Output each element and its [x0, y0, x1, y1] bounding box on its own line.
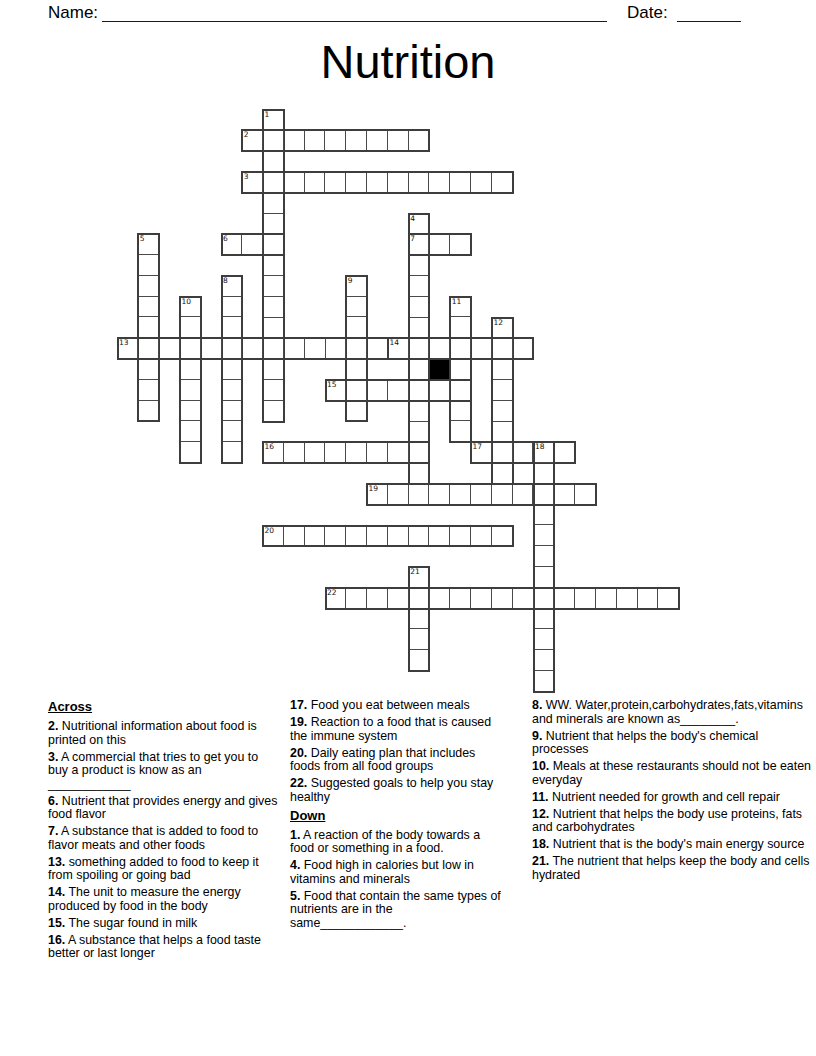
clue-text: Suggested goals to help you stay healthy	[290, 776, 493, 804]
word-5-down	[137, 233, 160, 422]
cell-separator	[410, 421, 429, 422]
word-8-down	[221, 275, 244, 464]
cell-separator	[491, 339, 492, 358]
cell-separator	[428, 235, 429, 254]
word-18-down	[533, 441, 556, 693]
clue-item: 21. The nutrient that helps keep the bod…	[532, 855, 816, 882]
cell-separator	[366, 131, 367, 150]
clue-item: 10. Meals at these restaurants should no…	[532, 760, 816, 787]
clues-across-heading: Across	[48, 699, 278, 714]
word-11-down	[449, 296, 472, 444]
worksheet-page: Name: Date: Nutrition 123456789101112131…	[0, 0, 816, 1056]
cell-separator	[345, 131, 346, 150]
clue-item: 15. The sugar found in milk	[48, 917, 278, 931]
cell-separator	[283, 173, 284, 192]
clue-number: 3.	[48, 750, 58, 764]
cell-separator	[387, 589, 388, 608]
clue-number: 10.	[532, 759, 549, 773]
cell-separator	[491, 443, 492, 462]
word-10-down	[179, 296, 202, 464]
cell-separator	[470, 485, 471, 504]
cell-separator	[451, 316, 470, 317]
clue-text: Food you eat between meals	[307, 698, 470, 712]
cell-separator	[262, 173, 263, 192]
cell-separator	[387, 443, 388, 462]
cell-separator	[387, 173, 388, 192]
cell-separator	[347, 316, 366, 317]
cell-separator	[304, 339, 305, 358]
clue-text: Daily eating plan that includes foods fr…	[290, 746, 475, 774]
clue-item: 7. A substance that is added to food to …	[48, 825, 278, 852]
cell-separator	[408, 173, 409, 192]
cell-separator	[535, 545, 554, 546]
cell-separator	[491, 589, 492, 608]
grid-cell-number: 12	[493, 319, 503, 327]
cell-separator	[493, 400, 512, 401]
grid-cell-number: 5	[140, 235, 145, 243]
clue-item: 12. Nutrient that helps the body use pro…	[532, 808, 816, 835]
cell-separator	[181, 441, 200, 442]
clue-item: 2. Nutritional information about food is…	[48, 720, 278, 747]
clue-text: The sugar found in milk	[65, 916, 197, 930]
cell-separator	[535, 628, 554, 629]
cell-separator	[139, 379, 158, 380]
grid-cell-number: 17	[473, 443, 483, 451]
cell-separator	[181, 316, 200, 317]
word-3-across	[241, 171, 513, 194]
clue-text: Reaction to a food that is caused the im…	[290, 715, 491, 743]
cell-separator	[387, 527, 388, 546]
clue-number: 18.	[532, 837, 549, 851]
cell-separator	[181, 420, 200, 421]
clue-number: 15.	[48, 916, 65, 930]
cell-separator	[304, 443, 305, 462]
clue-item: 3. A commercial that tries to get you to…	[48, 751, 278, 792]
word-6-across	[221, 233, 285, 256]
grid-cell-number: 21	[410, 568, 420, 576]
clue-number: 12.	[532, 807, 549, 821]
clue-text: A commercial that tries to get you to bu…	[48, 750, 258, 791]
cell-separator	[221, 339, 222, 358]
cell-separator	[491, 527, 492, 546]
clue-item: 13. something added to food to keep it f…	[48, 856, 278, 883]
clue-item: 11. Nutrient needed for growth and cell …	[532, 791, 816, 805]
cell-separator	[345, 589, 346, 608]
word-7-across	[408, 233, 472, 256]
cell-separator	[139, 400, 158, 401]
cell-separator	[345, 443, 346, 462]
cell-separator	[449, 235, 450, 254]
grid-cell-number: 1	[265, 111, 270, 119]
clue-item: 5. Food that contain the same types of n…	[290, 890, 504, 931]
cell-separator	[512, 443, 513, 462]
clue-number: 20.	[290, 746, 307, 760]
cell-separator	[408, 131, 409, 150]
grid-cell-number: 20	[265, 527, 275, 535]
cell-separator	[512, 485, 513, 504]
clue-number: 11.	[532, 790, 549, 804]
cell-separator	[493, 379, 512, 380]
cell-separator	[428, 527, 429, 546]
clue-text: A substance that is added to food to fla…	[48, 824, 258, 852]
clues-column-1: Across2. Nutritional information about f…	[48, 699, 278, 964]
cell-separator	[449, 527, 450, 546]
cell-separator	[158, 339, 159, 358]
cell-separator	[264, 379, 283, 380]
grid-cell-number: 4	[410, 215, 415, 223]
cell-separator	[223, 296, 242, 297]
clue-text: Nutrient needed for growth and cell repa…	[549, 790, 780, 804]
cell-separator	[345, 173, 346, 192]
clue-text: Nutritional information about food is pr…	[48, 719, 257, 747]
clue-item: 19. Reaction to a food that is caused th…	[290, 716, 504, 743]
clue-item: 1. A reaction of the body towards a food…	[290, 829, 504, 856]
word-19-across	[366, 483, 597, 506]
clue-text: The nutrient that helps keep the body an…	[532, 854, 809, 882]
cell-separator	[366, 381, 367, 400]
grid-cell-number: 7	[410, 235, 415, 243]
clue-text: Meals at these restaurants should not be…	[532, 759, 811, 787]
cell-separator	[657, 589, 658, 608]
word-20-across	[262, 525, 514, 548]
grid-cell-number: 15	[327, 381, 337, 389]
grid-cell-number: 8	[223, 277, 228, 285]
cell-separator	[449, 381, 450, 400]
cell-separator	[223, 420, 242, 421]
cell-separator	[493, 421, 512, 422]
clue-number: 19.	[290, 715, 307, 729]
cell-separator	[491, 485, 492, 504]
clue-number: 21.	[532, 854, 549, 868]
cell-separator	[512, 339, 513, 358]
cell-separator	[553, 485, 554, 504]
clue-item: 22. Suggested goals to help you stay hea…	[290, 777, 504, 804]
cell-separator	[241, 339, 242, 358]
cell-separator	[553, 589, 554, 608]
cell-separator	[179, 339, 180, 358]
cell-separator	[535, 649, 554, 650]
clue-number: 22.	[290, 776, 307, 790]
cell-separator	[408, 443, 409, 462]
clues-column-2: 17. Food you eat between meals19. Reacti…	[290, 699, 504, 934]
cell-separator	[408, 527, 409, 546]
cell-separator	[451, 420, 470, 421]
cell-separator	[387, 485, 388, 504]
cell-separator	[535, 462, 554, 463]
black-cell	[430, 359, 451, 380]
cell-separator	[223, 379, 242, 380]
cell-separator	[264, 213, 283, 214]
cell-separator	[139, 275, 158, 276]
clue-item: 17. Food you eat between meals	[290, 699, 504, 713]
clue-text: Food that contain the same types of nutr…	[290, 889, 501, 930]
word-13-across	[117, 337, 389, 360]
grid-cell-number: 13	[119, 339, 129, 347]
clue-number: 6.	[48, 794, 58, 808]
cell-separator	[345, 339, 346, 358]
cell-separator	[410, 275, 429, 276]
cell-separator	[449, 589, 450, 608]
cell-separator	[595, 589, 596, 608]
cell-separator	[262, 235, 263, 254]
cell-separator	[366, 173, 367, 192]
cell-separator	[262, 131, 263, 150]
cell-separator	[470, 173, 471, 192]
cell-separator	[616, 589, 617, 608]
clue-text: A substance that helps a food taste bett…	[48, 933, 261, 961]
clue-text: A reaction of the body towards a food or…	[290, 828, 480, 856]
cell-separator	[304, 527, 305, 546]
clue-number: 7.	[48, 824, 58, 838]
grid-cell-number: 10	[181, 298, 191, 306]
cell-separator	[470, 339, 471, 358]
grid-cell-number: 18	[535, 443, 545, 451]
clue-number: 2.	[48, 719, 58, 733]
cell-separator	[637, 589, 638, 608]
clue-number: 13.	[48, 855, 65, 869]
clue-text: Nutrient that is the body's main energy …	[549, 837, 804, 851]
cell-separator	[347, 296, 366, 297]
cell-separator	[324, 131, 325, 150]
clue-item: 9. Nutrient that helps the body's chemic…	[532, 730, 816, 757]
word-22-across	[325, 587, 681, 610]
cell-separator	[408, 589, 409, 608]
cell-separator	[264, 296, 283, 297]
cell-separator	[535, 566, 554, 567]
cell-separator	[449, 173, 450, 192]
word-21-down	[408, 566, 431, 672]
grid-cell-number: 22	[327, 589, 337, 597]
clue-item: 14. The unit to measure the energy produ…	[48, 886, 278, 913]
cell-separator	[408, 339, 409, 358]
cell-separator	[410, 296, 429, 297]
clue-number: 8.	[532, 698, 542, 712]
cell-separator	[181, 379, 200, 380]
cell-separator	[574, 485, 575, 504]
cell-separator	[366, 339, 367, 358]
cell-separator	[408, 485, 409, 504]
cell-separator	[345, 381, 346, 400]
cell-separator	[491, 173, 492, 192]
grid-cell-number: 9	[348, 277, 353, 285]
clues-down-heading: Down	[290, 808, 504, 823]
clues-column-3: 8. WW. Water,protein,carbohydrates,fats,…	[532, 699, 816, 886]
clue-number: 17.	[290, 698, 307, 712]
word-1-down	[262, 109, 285, 423]
clue-text: Nutrient that helps the body's chemical …	[532, 729, 758, 757]
cell-separator	[137, 339, 138, 358]
cell-separator	[535, 670, 554, 671]
cell-separator	[304, 131, 305, 150]
cell-separator	[512, 589, 513, 608]
cell-separator	[408, 381, 409, 400]
cell-separator	[366, 527, 367, 546]
cell-separator	[304, 173, 305, 192]
cell-separator	[324, 443, 325, 462]
clue-item: 20. Daily eating plan that includes food…	[290, 747, 504, 774]
cell-separator	[324, 527, 325, 546]
word-15-across	[325, 379, 473, 402]
cell-separator	[283, 527, 284, 546]
clue-number: 1.	[290, 828, 300, 842]
cell-separator	[532, 485, 533, 504]
cell-separator	[410, 317, 429, 318]
clue-text: The unit to measure the energy produced …	[48, 885, 241, 913]
cell-separator	[223, 400, 242, 401]
cell-separator	[139, 254, 158, 255]
clue-number: 14.	[48, 885, 65, 899]
cell-separator	[283, 339, 284, 358]
cell-separator	[428, 485, 429, 504]
clue-number: 9.	[532, 729, 542, 743]
cell-separator	[264, 400, 283, 401]
word-16-across	[262, 441, 430, 464]
cell-separator	[324, 173, 325, 192]
grid-cell-number: 14	[389, 339, 399, 347]
cell-separator	[535, 524, 554, 525]
cell-separator	[241, 235, 242, 254]
cell-separator	[387, 131, 388, 150]
clue-text: WW. Water,protein,carbohydrates,fats,vit…	[532, 698, 803, 726]
grid-cell-number: 11	[452, 298, 462, 306]
clue-text: Nutrient that helps the body use protein…	[532, 807, 802, 835]
clue-item: 8. WW. Water,protein,carbohydrates,fats,…	[532, 699, 816, 726]
word-14-across	[387, 337, 535, 360]
cell-separator	[181, 400, 200, 401]
cell-separator	[387, 381, 388, 400]
clue-text: Nutrient that provides energy and gives …	[48, 794, 277, 822]
cell-separator	[449, 485, 450, 504]
cell-separator	[410, 649, 429, 650]
grid-cell-number: 19	[369, 485, 379, 493]
clue-text: Food high in calories but low in vitamin…	[290, 858, 474, 886]
cell-separator	[429, 589, 430, 608]
cell-separator	[223, 316, 242, 317]
grid-cell-number: 16	[265, 443, 275, 451]
cell-separator	[574, 589, 575, 608]
clue-number: 16.	[48, 933, 65, 947]
clue-item: 16. A substance that helps a food taste …	[48, 934, 278, 961]
cell-separator	[223, 441, 242, 442]
cell-separator	[429, 381, 430, 400]
cell-separator	[470, 527, 471, 546]
cell-separator	[428, 173, 429, 192]
cell-separator	[428, 339, 429, 358]
cell-separator	[283, 443, 284, 462]
clue-item: 18. Nutrient that is the body's main ene…	[532, 838, 816, 852]
clue-text: something added to food to keep it from …	[48, 855, 259, 883]
cell-separator	[533, 589, 534, 608]
cell-separator	[470, 589, 471, 608]
clue-number: 4.	[290, 858, 300, 872]
cell-separator	[345, 527, 346, 546]
grid-cell-number: 2	[244, 131, 249, 139]
clue-number: 5.	[290, 889, 300, 903]
cell-separator	[139, 296, 158, 297]
cell-separator	[449, 339, 450, 358]
cell-separator	[264, 275, 283, 276]
cell-separator	[325, 339, 326, 358]
cell-separator	[200, 339, 201, 358]
cell-separator	[262, 339, 263, 358]
grid-cell-number: 6	[223, 235, 228, 243]
word-17-across	[470, 441, 576, 464]
clue-item: 4. Food high in calories but low in vita…	[290, 859, 504, 886]
cell-separator	[264, 317, 283, 318]
grid-cell-number: 3	[244, 173, 249, 181]
clue-item: 6. Nutrient that provides energy and giv…	[48, 795, 278, 822]
cell-separator	[366, 443, 367, 462]
cell-separator	[139, 316, 158, 317]
cell-separator	[283, 131, 284, 150]
cell-separator	[410, 628, 429, 629]
cell-separator	[366, 589, 367, 608]
word-2-across	[241, 129, 430, 152]
